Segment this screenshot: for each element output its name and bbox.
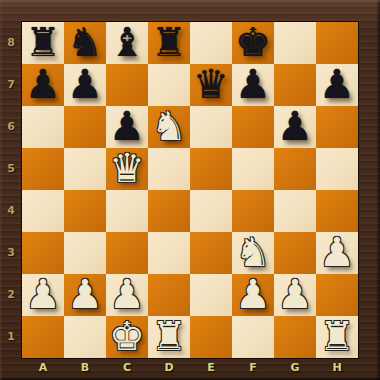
square-e6[interactable] [190, 106, 232, 148]
square-e3[interactable] [190, 232, 232, 274]
piece-white-pawn[interactable]: ♟ [277, 274, 313, 314]
square-g6[interactable]: ♟ [274, 106, 316, 148]
square-b5[interactable] [64, 148, 106, 190]
file-label-h: H [316, 358, 358, 380]
square-h3[interactable]: ♟ [316, 232, 358, 274]
file-labels: ABCDEFGH [22, 358, 358, 380]
piece-white-knight[interactable]: ♞ [235, 232, 271, 272]
piece-black-pawn[interactable]: ♟ [319, 64, 355, 104]
square-d6[interactable]: ♞ [148, 106, 190, 148]
piece-white-pawn[interactable]: ♟ [235, 274, 271, 314]
piece-black-rook[interactable]: ♜ [151, 22, 187, 62]
square-h8[interactable] [316, 22, 358, 64]
square-a4[interactable] [22, 190, 64, 232]
square-b1[interactable] [64, 316, 106, 358]
square-g5[interactable] [274, 148, 316, 190]
square-c5[interactable]: ♛ [106, 148, 148, 190]
rank-label-2: 2 [0, 274, 22, 316]
file-label-e: E [190, 358, 232, 380]
square-a5[interactable] [22, 148, 64, 190]
file-label-g: G [274, 358, 316, 380]
square-c8[interactable]: ♝ [106, 22, 148, 64]
rank-label-8: 8 [0, 22, 22, 64]
square-d4[interactable] [148, 190, 190, 232]
square-f1[interactable] [232, 316, 274, 358]
square-b6[interactable] [64, 106, 106, 148]
square-e5[interactable] [190, 148, 232, 190]
square-c2[interactable]: ♟ [106, 274, 148, 316]
square-b4[interactable] [64, 190, 106, 232]
square-g7[interactable] [274, 64, 316, 106]
piece-white-pawn[interactable]: ♟ [67, 274, 103, 314]
piece-white-rook[interactable]: ♜ [151, 316, 187, 356]
square-b3[interactable] [64, 232, 106, 274]
file-label-c: C [106, 358, 148, 380]
piece-black-knight[interactable]: ♞ [67, 22, 103, 62]
square-h5[interactable] [316, 148, 358, 190]
square-f4[interactable] [232, 190, 274, 232]
square-h7[interactable]: ♟ [316, 64, 358, 106]
square-d5[interactable] [148, 148, 190, 190]
square-c6[interactable]: ♟ [106, 106, 148, 148]
square-a7[interactable]: ♟ [22, 64, 64, 106]
piece-white-pawn[interactable]: ♟ [319, 232, 355, 272]
rank-labels: 87654321 [0, 22, 22, 358]
square-e2[interactable] [190, 274, 232, 316]
piece-black-queen[interactable]: ♛ [193, 64, 229, 104]
piece-white-pawn[interactable]: ♟ [25, 274, 61, 314]
square-f6[interactable] [232, 106, 274, 148]
chess-board: ♜♞♝♜♚♟♟♛♟♟♟♞♟♛♞♟♟♟♟♟♟♚♜♜ [22, 22, 358, 358]
piece-white-knight[interactable]: ♞ [151, 106, 187, 146]
square-a3[interactable] [22, 232, 64, 274]
square-a8[interactable]: ♜ [22, 22, 64, 64]
rank-label-6: 6 [0, 106, 22, 148]
file-label-d: D [148, 358, 190, 380]
square-g1[interactable] [274, 316, 316, 358]
file-label-f: F [232, 358, 274, 380]
square-h2[interactable] [316, 274, 358, 316]
piece-black-rook[interactable]: ♜ [25, 22, 61, 62]
file-label-b: B [64, 358, 106, 380]
square-a2[interactable]: ♟ [22, 274, 64, 316]
rank-label-7: 7 [0, 64, 22, 106]
square-h4[interactable] [316, 190, 358, 232]
piece-black-pawn[interactable]: ♟ [235, 64, 271, 104]
square-h6[interactable] [316, 106, 358, 148]
square-g4[interactable] [274, 190, 316, 232]
square-a6[interactable] [22, 106, 64, 148]
piece-black-pawn[interactable]: ♟ [25, 64, 61, 104]
square-c4[interactable] [106, 190, 148, 232]
board-frame: 87654321 ♜♞♝♜♚♟♟♛♟♟♟♞♟♛♞♟♟♟♟♟♟♚♜♜ ABCDEF… [0, 0, 380, 380]
piece-black-pawn[interactable]: ♟ [67, 64, 103, 104]
square-h1[interactable]: ♜ [316, 316, 358, 358]
piece-white-king[interactable]: ♚ [109, 316, 145, 356]
rank-label-3: 3 [0, 232, 22, 274]
square-e4[interactable] [190, 190, 232, 232]
rank-label-4: 4 [0, 190, 22, 232]
square-a1[interactable] [22, 316, 64, 358]
piece-black-bishop[interactable]: ♝ [109, 22, 145, 62]
piece-white-queen[interactable]: ♛ [109, 148, 145, 188]
square-f7[interactable]: ♟ [232, 64, 274, 106]
rank-label-1: 1 [0, 316, 22, 358]
square-g3[interactable] [274, 232, 316, 274]
square-c1[interactable]: ♚ [106, 316, 148, 358]
square-e7[interactable]: ♛ [190, 64, 232, 106]
piece-white-rook[interactable]: ♜ [319, 316, 355, 356]
piece-black-king[interactable]: ♚ [235, 22, 271, 62]
square-b2[interactable]: ♟ [64, 274, 106, 316]
piece-black-pawn[interactable]: ♟ [109, 106, 145, 146]
square-c3[interactable] [106, 232, 148, 274]
square-f5[interactable] [232, 148, 274, 190]
square-d2[interactable] [148, 274, 190, 316]
square-f2[interactable]: ♟ [232, 274, 274, 316]
square-g8[interactable] [274, 22, 316, 64]
square-b7[interactable]: ♟ [64, 64, 106, 106]
piece-black-pawn[interactable]: ♟ [277, 106, 313, 146]
square-c7[interactable] [106, 64, 148, 106]
square-g2[interactable]: ♟ [274, 274, 316, 316]
square-d3[interactable] [148, 232, 190, 274]
square-f3[interactable]: ♞ [232, 232, 274, 274]
piece-white-pawn[interactable]: ♟ [109, 274, 145, 314]
square-f8[interactable]: ♚ [232, 22, 274, 64]
square-e8[interactable] [190, 22, 232, 64]
square-d7[interactable] [148, 64, 190, 106]
rank-label-5: 5 [0, 148, 22, 190]
file-label-a: A [22, 358, 64, 380]
square-e1[interactable] [190, 316, 232, 358]
square-b8[interactable]: ♞ [64, 22, 106, 64]
square-d1[interactable]: ♜ [148, 316, 190, 358]
square-d8[interactable]: ♜ [148, 22, 190, 64]
